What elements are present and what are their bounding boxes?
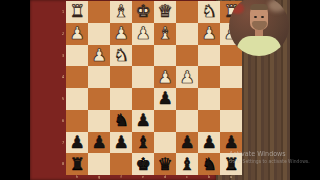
square-c8[interactable]: ♝ bbox=[176, 153, 198, 175]
piece-bP-g7[interactable]: ♟ bbox=[91, 133, 106, 150]
square-e2[interactable]: ♟ bbox=[132, 23, 154, 45]
square-b6[interactable] bbox=[198, 110, 220, 132]
file-label-e: e bbox=[138, 176, 147, 179]
file-labels: hgfedcba bbox=[66, 174, 242, 180]
piece-bP-b7[interactable]: ♟ bbox=[201, 133, 216, 150]
square-h1[interactable]: ♜ bbox=[66, 1, 88, 23]
stream-frame: 12345678 ♜♝♚♛♞♜♟♟♟♝♟♟♟♞♟♟♟♞♟♟♟♟♝♟♟♟♜♚♛♝♞… bbox=[0, 0, 320, 180]
square-h6[interactable] bbox=[66, 110, 88, 132]
square-b4[interactable] bbox=[198, 66, 220, 88]
file-label-f: f bbox=[116, 176, 125, 179]
square-d2[interactable]: ♝ bbox=[154, 23, 176, 45]
square-c6[interactable] bbox=[176, 110, 198, 132]
square-h2[interactable]: ♟ bbox=[66, 23, 88, 45]
square-e1[interactable]: ♚ bbox=[132, 1, 154, 23]
piece-bB-e7[interactable]: ♝ bbox=[135, 133, 150, 150]
square-e8[interactable]: ♚ bbox=[132, 153, 154, 175]
piece-wP-b2[interactable]: ♟ bbox=[201, 25, 216, 42]
square-b8[interactable]: ♞ bbox=[198, 153, 220, 175]
piece-bP-c7[interactable]: ♟ bbox=[179, 133, 194, 150]
avatar-hair bbox=[250, 4, 268, 10]
square-f7[interactable]: ♟ bbox=[110, 132, 132, 154]
piece-bN-b8[interactable]: ♞ bbox=[201, 155, 216, 172]
chessboard-frame: 12345678 ♜♝♚♛♞♜♟♟♟♝♟♟♟♞♟♟♟♞♟♟♟♟♝♟♟♟♜♚♛♝♞… bbox=[30, 0, 216, 180]
square-b7[interactable]: ♟ bbox=[198, 132, 220, 154]
piece-bN-f6[interactable]: ♞ bbox=[113, 112, 128, 129]
square-h3[interactable] bbox=[66, 45, 88, 67]
square-g4[interactable] bbox=[88, 66, 110, 88]
square-d7[interactable] bbox=[154, 132, 176, 154]
square-c5[interactable] bbox=[176, 88, 198, 110]
square-e4[interactable] bbox=[132, 66, 154, 88]
square-h8[interactable]: ♜ bbox=[66, 153, 88, 175]
piece-wB-f1[interactable]: ♝ bbox=[113, 3, 128, 20]
watermark-line2: Go to Settings to activate Windows. bbox=[229, 159, 274, 164]
piece-bP-f7[interactable]: ♟ bbox=[113, 133, 128, 150]
square-f1[interactable]: ♝ bbox=[110, 1, 132, 23]
square-d4[interactable]: ♟ bbox=[154, 66, 176, 88]
square-f4[interactable] bbox=[110, 66, 132, 88]
windows-activation-watermark: Activate Windows Go to Settings to activ… bbox=[229, 150, 319, 169]
file-label-b: b bbox=[204, 176, 213, 179]
square-g7[interactable]: ♟ bbox=[88, 132, 110, 154]
avatar-eye-left bbox=[254, 16, 257, 18]
square-a6[interactable] bbox=[220, 110, 242, 132]
piece-bP-h7[interactable]: ♟ bbox=[69, 133, 84, 150]
square-d3[interactable] bbox=[154, 45, 176, 67]
square-g8[interactable] bbox=[88, 153, 110, 175]
square-g1[interactable] bbox=[88, 1, 110, 23]
square-c2[interactable] bbox=[176, 23, 198, 45]
piece-wR-h1[interactable]: ♜ bbox=[69, 3, 84, 20]
rank-label-1: 1 bbox=[62, 7, 65, 16]
file-label-h: h bbox=[72, 176, 81, 179]
piece-bK-e8[interactable]: ♚ bbox=[135, 155, 150, 172]
square-a5[interactable] bbox=[220, 88, 242, 110]
square-b1[interactable]: ♞ bbox=[198, 1, 220, 23]
square-h5[interactable] bbox=[66, 88, 88, 110]
rank-label-3: 3 bbox=[62, 51, 65, 60]
square-h7[interactable]: ♟ bbox=[66, 132, 88, 154]
square-a4[interactable] bbox=[220, 66, 242, 88]
square-g6[interactable] bbox=[88, 110, 110, 132]
file-label-d: d bbox=[160, 176, 169, 179]
square-e6[interactable]: ♟ bbox=[132, 110, 154, 132]
file-label-g: g bbox=[94, 176, 103, 179]
square-f3[interactable]: ♞ bbox=[110, 45, 132, 67]
avatar-eye-right bbox=[261, 16, 264, 18]
rank-label-7: 7 bbox=[62, 138, 65, 147]
square-c3[interactable] bbox=[176, 45, 198, 67]
square-f8[interactable] bbox=[110, 153, 132, 175]
piece-wK-e1[interactable]: ♚ bbox=[135, 3, 150, 20]
piece-bP-d5[interactable]: ♟ bbox=[157, 90, 172, 107]
square-h4[interactable] bbox=[66, 66, 88, 88]
piece-bQ-d8[interactable]: ♛ bbox=[157, 155, 172, 172]
rank-label-4: 4 bbox=[62, 73, 65, 82]
square-e3[interactable] bbox=[132, 45, 154, 67]
square-f6[interactable]: ♞ bbox=[110, 110, 132, 132]
piece-wP-e2[interactable]: ♟ bbox=[135, 25, 150, 42]
file-label-a: a bbox=[226, 176, 235, 179]
square-d8[interactable]: ♛ bbox=[154, 153, 176, 175]
square-g2[interactable] bbox=[88, 23, 110, 45]
square-d6[interactable] bbox=[154, 110, 176, 132]
square-e5[interactable] bbox=[132, 88, 154, 110]
piece-bR-h8[interactable]: ♜ bbox=[69, 155, 84, 172]
square-b3[interactable] bbox=[198, 45, 220, 67]
square-d5[interactable]: ♟ bbox=[154, 88, 176, 110]
piece-bP-a7[interactable]: ♟ bbox=[223, 133, 238, 150]
chessboard[interactable]: ♜♝♚♛♞♜♟♟♟♝♟♟♟♞♟♟♟♞♟♟♟♟♝♟♟♟♜♚♛♝♞♜ bbox=[66, 1, 242, 175]
square-d1[interactable]: ♛ bbox=[154, 1, 176, 23]
piece-wP-h2[interactable]: ♟ bbox=[69, 25, 84, 42]
square-c1[interactable] bbox=[176, 1, 198, 23]
piece-wB-d2[interactable]: ♝ bbox=[157, 25, 172, 42]
square-g3[interactable]: ♟ bbox=[88, 45, 110, 67]
piece-wQ-d1[interactable]: ♛ bbox=[157, 3, 172, 20]
rank-label-5: 5 bbox=[62, 94, 65, 103]
square-e7[interactable]: ♝ bbox=[132, 132, 154, 154]
piece-bB-c8[interactable]: ♝ bbox=[179, 155, 194, 172]
avatar-beard bbox=[252, 21, 267, 30]
square-c4[interactable]: ♟ bbox=[176, 66, 198, 88]
file-label-c: c bbox=[182, 176, 191, 179]
watermark-line1: Activate Windows bbox=[229, 150, 281, 158]
piece-wP-d4[interactable]: ♟ bbox=[157, 68, 172, 85]
piece-wN-b1[interactable]: ♞ bbox=[201, 3, 216, 20]
piece-wN-f3[interactable]: ♞ bbox=[113, 46, 128, 63]
square-b5[interactable] bbox=[198, 88, 220, 110]
piece-wP-g3[interactable]: ♟ bbox=[91, 46, 106, 63]
piece-wP-c4[interactable]: ♟ bbox=[179, 68, 194, 85]
rank-label-6: 6 bbox=[62, 116, 65, 125]
square-g5[interactable] bbox=[88, 88, 110, 110]
piece-wP-f2[interactable]: ♟ bbox=[113, 25, 128, 42]
piece-bP-e6[interactable]: ♟ bbox=[135, 112, 150, 129]
rank-label-2: 2 bbox=[62, 29, 65, 38]
square-f5[interactable] bbox=[110, 88, 132, 110]
square-b2[interactable]: ♟ bbox=[198, 23, 220, 45]
square-f2[interactable]: ♟ bbox=[110, 23, 132, 45]
rank-label-8: 8 bbox=[62, 160, 65, 169]
square-c7[interactable]: ♟ bbox=[176, 132, 198, 154]
